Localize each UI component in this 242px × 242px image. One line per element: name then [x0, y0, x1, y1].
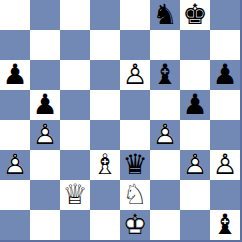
square-f1[interactable]: [150, 210, 180, 240]
black-pawn-piece[interactable]: ♟: [30, 90, 60, 120]
square-b4[interactable]: ♟♙: [30, 120, 60, 150]
square-g2[interactable]: [180, 180, 210, 210]
black-king-piece[interactable]: ♚: [180, 0, 210, 30]
square-b1[interactable]: [30, 210, 60, 240]
square-a3[interactable]: ♟♙: [0, 150, 30, 180]
square-h3[interactable]: ♟♙: [210, 150, 240, 180]
black-bishop-piece[interactable]: ♝: [150, 60, 180, 90]
square-d7[interactable]: [90, 30, 120, 60]
square-c6[interactable]: [60, 60, 90, 90]
white-pawn-piece[interactable]: ♟♙: [0, 150, 30, 180]
square-e7[interactable]: [120, 30, 150, 60]
square-a7[interactable]: [0, 30, 30, 60]
square-c7[interactable]: [60, 30, 90, 60]
black-queen-piece[interactable]: ♛: [120, 150, 150, 180]
square-f6[interactable]: ♝: [150, 60, 180, 90]
white-pawn-piece[interactable]: ♟♙: [120, 60, 150, 90]
square-c1[interactable]: [60, 210, 90, 240]
square-f4[interactable]: ♟♙: [150, 120, 180, 150]
square-c3[interactable]: [60, 150, 90, 180]
square-e1[interactable]: ♚♔: [120, 210, 150, 240]
black-bishop-icon: ♝: [150, 60, 180, 90]
square-b6[interactable]: [30, 60, 60, 90]
square-c8[interactable]: [60, 0, 90, 30]
black-pawn-icon: ♟: [180, 90, 210, 120]
white-king-outline-icon: ♔: [120, 210, 150, 240]
square-a4[interactable]: [0, 120, 30, 150]
square-h5[interactable]: [210, 90, 240, 120]
white-queen-piece[interactable]: ♛♕: [60, 180, 90, 210]
square-f8[interactable]: ♞: [150, 0, 180, 30]
square-b8[interactable]: [30, 0, 60, 30]
square-a5[interactable]: [0, 90, 30, 120]
black-knight-icon: ♞: [150, 0, 180, 30]
square-h4[interactable]: [210, 120, 240, 150]
square-e4[interactable]: [120, 120, 150, 150]
white-pawn-outline-icon: ♙: [210, 150, 240, 180]
black-bishop-icon: ♝: [210, 210, 240, 240]
square-c2[interactable]: ♛♕: [60, 180, 90, 210]
white-pawn-outline-icon: ♙: [150, 120, 180, 150]
black-pawn-piece[interactable]: ♟: [210, 60, 240, 90]
square-f7[interactable]: [150, 30, 180, 60]
black-queen-icon: ♛: [120, 150, 150, 180]
square-h7[interactable]: [210, 30, 240, 60]
white-pawn-outline-icon: ♙: [180, 150, 210, 180]
square-d8[interactable]: [90, 0, 120, 30]
white-queen-outline-icon: ♕: [60, 180, 90, 210]
square-e2[interactable]: ♞♘: [120, 180, 150, 210]
black-pawn-icon: ♟: [210, 60, 240, 90]
square-c4[interactable]: [60, 120, 90, 150]
black-king-icon: ♚: [180, 0, 210, 30]
square-g7[interactable]: [180, 30, 210, 60]
white-pawn-piece[interactable]: ♟♙: [150, 120, 180, 150]
square-c5[interactable]: [60, 90, 90, 120]
black-pawn-piece[interactable]: ♟: [0, 60, 30, 90]
square-f5[interactable]: [150, 90, 180, 120]
white-knight-piece[interactable]: ♞♘: [120, 180, 150, 210]
square-h2[interactable]: [210, 180, 240, 210]
white-pawn-piece[interactable]: ♟♙: [210, 150, 240, 180]
white-pawn-piece[interactable]: ♟♙: [180, 150, 210, 180]
square-g8[interactable]: ♚: [180, 0, 210, 30]
square-e6[interactable]: ♟♙: [120, 60, 150, 90]
square-e3[interactable]: ♛: [120, 150, 150, 180]
white-pawn-outline-icon: ♙: [0, 150, 30, 180]
square-h8[interactable]: [210, 0, 240, 30]
square-a6[interactable]: ♟: [0, 60, 30, 90]
square-b5[interactable]: ♟: [30, 90, 60, 120]
square-a8[interactable]: [0, 0, 30, 30]
square-g4[interactable]: [180, 120, 210, 150]
square-b3[interactable]: [30, 150, 60, 180]
black-pawn-icon: ♟: [30, 90, 60, 120]
square-a2[interactable]: [0, 180, 30, 210]
square-d5[interactable]: [90, 90, 120, 120]
white-bishop-piece[interactable]: ♝♗: [90, 150, 120, 180]
square-e5[interactable]: [120, 90, 150, 120]
square-f3[interactable]: [150, 150, 180, 180]
black-bishop-piece[interactable]: ♝: [210, 210, 240, 240]
white-knight-outline-icon: ♘: [120, 180, 150, 210]
square-d3[interactable]: ♝♗: [90, 150, 120, 180]
square-a1[interactable]: [0, 210, 30, 240]
square-g3[interactable]: ♟♙: [180, 150, 210, 180]
square-d4[interactable]: [90, 120, 120, 150]
black-pawn-piece[interactable]: ♟: [180, 90, 210, 120]
square-g1[interactable]: [180, 210, 210, 240]
white-pawn-outline-icon: ♙: [120, 60, 150, 90]
white-king-piece[interactable]: ♚♔: [120, 210, 150, 240]
square-b2[interactable]: [30, 180, 60, 210]
chess-board: ♞♚♟♟♙♝♟♟♟♟♙♟♙♟♙♝♗♛♟♙♟♙♛♕♞♘♚♔♝: [0, 0, 242, 242]
square-f2[interactable]: [150, 180, 180, 210]
square-d6[interactable]: [90, 60, 120, 90]
square-b7[interactable]: [30, 30, 60, 60]
white-pawn-piece[interactable]: ♟♙: [30, 120, 60, 150]
square-d2[interactable]: [90, 180, 120, 210]
square-g6[interactable]: [180, 60, 210, 90]
square-h6[interactable]: ♟: [210, 60, 240, 90]
square-d1[interactable]: [90, 210, 120, 240]
white-bishop-outline-icon: ♗: [90, 150, 120, 180]
white-pawn-outline-icon: ♙: [30, 120, 60, 150]
square-h1[interactable]: ♝: [210, 210, 240, 240]
square-g5[interactable]: ♟: [180, 90, 210, 120]
black-pawn-icon: ♟: [0, 60, 30, 90]
square-e8[interactable]: [120, 0, 150, 30]
black-knight-piece[interactable]: ♞: [150, 0, 180, 30]
